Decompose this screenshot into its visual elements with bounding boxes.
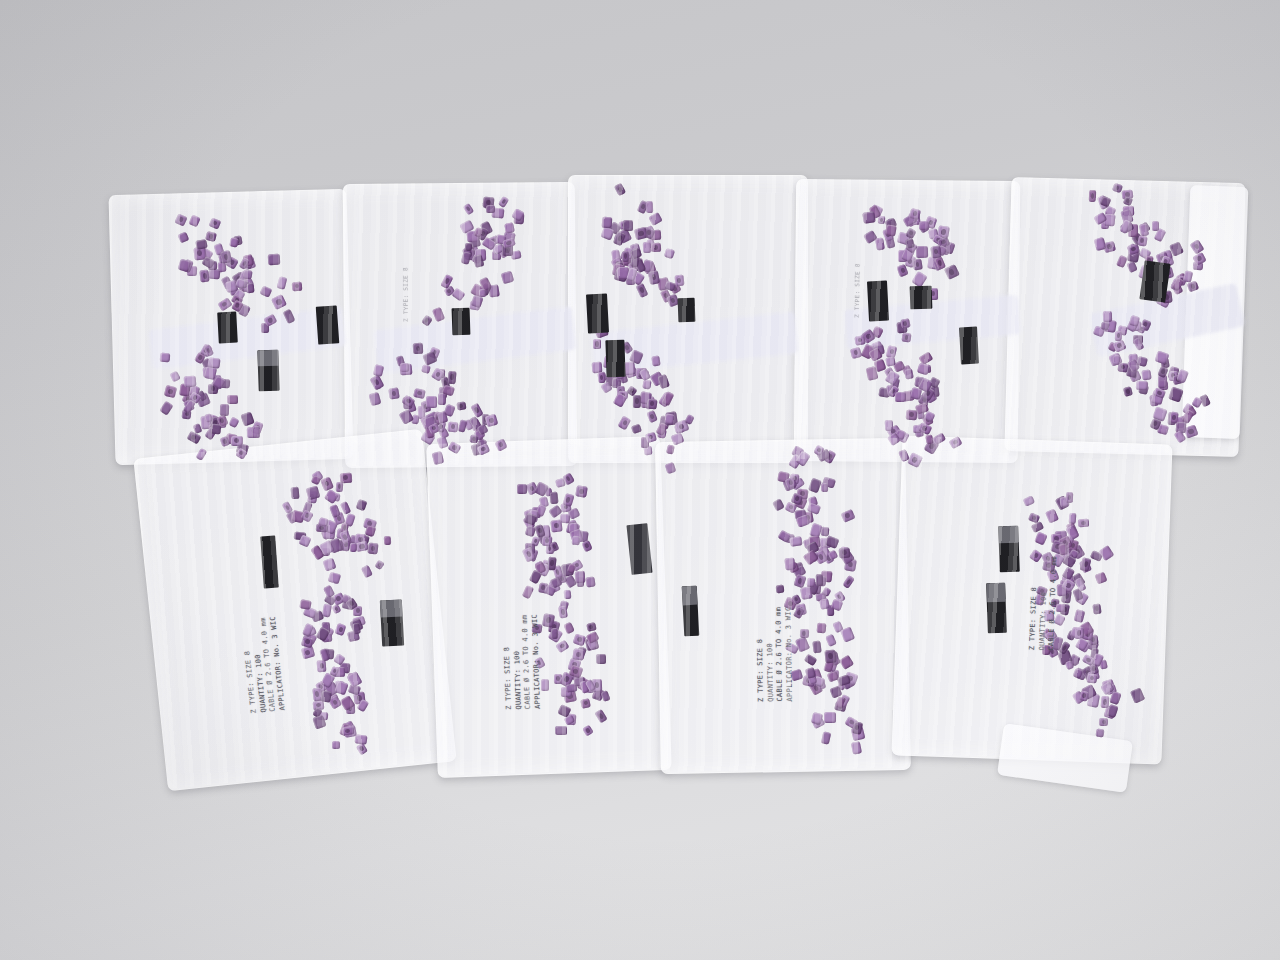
bead <box>504 222 514 233</box>
bead-bore-hole <box>585 727 590 733</box>
bead-bore-hole <box>1153 421 1159 427</box>
bead-bore-hole <box>525 550 531 557</box>
bead-bore-hole <box>1193 243 1200 250</box>
bead <box>292 281 303 290</box>
bead-bore-hole <box>304 513 310 519</box>
bead-bore-hole <box>909 412 914 417</box>
bead <box>227 395 238 404</box>
bead <box>1087 674 1098 684</box>
bead-bore-hole <box>575 651 581 657</box>
bead-bore-hole <box>444 277 450 284</box>
bead-bore-hole <box>1101 719 1105 723</box>
bead-bore-hole <box>295 284 300 288</box>
bead-bore-hole <box>912 210 917 216</box>
bead-bore-hole <box>600 374 604 380</box>
bead <box>413 343 423 354</box>
bead-bore-hole <box>796 609 802 615</box>
bead-bore-hole <box>1115 185 1120 190</box>
bead <box>666 445 675 455</box>
bead-bore-hole <box>391 391 396 397</box>
bead <box>885 356 896 366</box>
bead-bore-hole <box>578 488 584 494</box>
plastic-bag <box>133 429 456 791</box>
bead <box>437 411 448 423</box>
bead-bore-hole <box>222 301 229 307</box>
bead <box>824 712 836 723</box>
bead <box>267 254 279 265</box>
bag-printed-text: Z TYPE: SIZE 8QUANTITY: 100CABLE Ø 2.6 T… <box>1028 555 1060 651</box>
bead-bore-hole <box>359 543 365 548</box>
bead-bore-hole <box>343 475 348 480</box>
bag-printed-text: Z TYPE: SIZE 8 <box>402 267 410 322</box>
bead <box>209 268 221 279</box>
mark-gray-top <box>682 586 698 606</box>
bead-bore-hole <box>481 446 487 452</box>
bag-print-line: APPLICATOR: No. 3 WIC <box>784 607 795 702</box>
bead-bore-hole <box>178 217 184 223</box>
bead-bore-hole <box>342 533 348 540</box>
bead <box>478 289 486 298</box>
bead-bore-hole <box>208 233 213 238</box>
bead-bore-hole <box>639 286 645 293</box>
bead-bore-hole <box>912 456 919 464</box>
bead-bore-hole <box>636 398 640 404</box>
bead <box>354 734 367 744</box>
bead-bore-hole <box>797 578 803 585</box>
bead-bore-hole <box>1116 342 1122 348</box>
bead-bore-hole <box>941 229 947 235</box>
bead-bore-hole <box>589 625 594 630</box>
bead-bore-hole <box>1068 494 1071 499</box>
bead-bore-hole <box>669 297 675 304</box>
bead-bore-hole <box>223 254 228 261</box>
bead <box>448 371 457 385</box>
bead-bore-hole <box>234 438 239 443</box>
bead <box>548 557 557 570</box>
bead-bore-hole <box>450 424 455 429</box>
bead-bore-hole <box>952 439 958 445</box>
bead-bore-hole <box>212 220 218 226</box>
bead <box>339 473 351 484</box>
bead <box>300 645 314 658</box>
bead-bore-hole <box>617 234 623 241</box>
bead-bore-hole <box>406 398 412 404</box>
bead-bore-hole <box>435 371 442 378</box>
bead <box>1113 354 1121 364</box>
bead-bore-hole <box>904 334 908 339</box>
bead-bore-hole <box>1157 390 1163 395</box>
bead-bore-hole <box>788 479 794 485</box>
bead-bore-hole <box>550 560 554 566</box>
bead <box>332 741 340 749</box>
bead <box>875 237 885 250</box>
bag-print-line: Z TYPE: SIZE 8 <box>402 267 410 322</box>
bead <box>593 339 601 350</box>
bead-bore-hole <box>168 388 174 394</box>
bead-bore-hole <box>889 348 894 354</box>
bead <box>205 230 217 241</box>
black-print-mark <box>380 599 404 646</box>
bead-bore-hole <box>537 527 542 533</box>
bead <box>572 536 581 546</box>
bead-bore-hole <box>338 484 342 489</box>
bead <box>413 387 425 398</box>
bead-bore-hole <box>267 317 273 323</box>
black-print-mark <box>867 281 889 322</box>
bead-bore-hole <box>1107 243 1113 249</box>
bead <box>437 393 446 405</box>
bead-bore-hole <box>1196 256 1202 262</box>
bead-bore-hole <box>795 496 801 502</box>
bead-bore-hole <box>617 186 623 192</box>
bead-bore-hole <box>474 407 480 414</box>
bead-bore-hole <box>501 199 506 205</box>
bead-bore-hole <box>198 355 204 361</box>
bead-bore-hole <box>566 496 571 503</box>
bead-bore-hole <box>323 481 329 488</box>
bead <box>854 335 865 345</box>
bead <box>1136 381 1148 390</box>
black-print-mark <box>678 298 696 323</box>
bead <box>555 726 567 735</box>
bead-bore-hole <box>1062 644 1068 651</box>
bead-bore-hole <box>488 417 494 423</box>
black-print-mark <box>452 308 471 336</box>
bead <box>246 282 254 292</box>
bead <box>651 243 661 253</box>
bead <box>912 258 923 270</box>
bead-bore-hole <box>1065 581 1072 588</box>
bead-bore-hole <box>922 426 928 432</box>
bead <box>426 396 437 408</box>
bead <box>550 491 559 504</box>
bead <box>807 577 816 587</box>
bead <box>572 648 585 661</box>
bead-bore-hole <box>319 663 323 669</box>
bead-bore-hole <box>1117 334 1120 339</box>
black-print-mark <box>586 293 609 333</box>
bead <box>486 205 495 214</box>
bead <box>352 622 361 634</box>
bead <box>916 246 928 259</box>
bead-bore-hole <box>827 653 832 660</box>
bead-bore-hole <box>1120 364 1125 369</box>
bead-bore-hole <box>1131 246 1137 251</box>
bead-bore-hole <box>1160 369 1165 375</box>
bead-bore-hole <box>305 639 311 645</box>
bead-bore-hole <box>206 347 211 353</box>
bead <box>895 392 906 402</box>
bead-bore-hole <box>285 504 290 510</box>
bead-bore-hole <box>880 218 884 222</box>
bead-bore-hole <box>677 277 681 283</box>
black-print-mark <box>986 583 1007 634</box>
bead <box>317 660 327 673</box>
bead <box>1077 519 1088 528</box>
black-print-mark <box>316 305 340 344</box>
bead-bore-hole <box>794 597 799 602</box>
bead <box>646 398 657 409</box>
bead <box>242 269 252 280</box>
bead-bore-hole <box>638 230 644 236</box>
black-print-mark <box>998 526 1020 573</box>
bead-bore-hole <box>359 746 364 752</box>
bead <box>642 242 650 253</box>
bead-bore-hole <box>377 562 382 567</box>
bead-bore-hole <box>650 413 655 419</box>
bead-bore-hole <box>545 617 551 624</box>
bead-bore-hole <box>553 523 558 529</box>
bead-bore-hole <box>219 418 224 424</box>
bead-bore-hole <box>332 669 337 674</box>
bead-bore-hole <box>624 253 627 258</box>
bead <box>851 741 862 755</box>
mark-gray-top <box>986 583 1006 603</box>
bead <box>885 225 896 237</box>
bead-bore-hole <box>855 724 860 730</box>
bead-bore-hole <box>1126 199 1131 204</box>
bead <box>789 536 802 546</box>
bead-bore-hole <box>948 268 955 276</box>
bead-bore-hole <box>338 626 344 632</box>
bead <box>220 403 229 416</box>
bead-bore-hole <box>933 248 938 254</box>
bead-bore-hole <box>345 728 350 732</box>
bead-bore-hole <box>583 700 588 705</box>
bead <box>399 362 408 372</box>
bead-bore-hole <box>355 608 359 613</box>
bead-bore-hole <box>451 444 457 450</box>
bead-bore-hole <box>370 545 375 551</box>
bead <box>456 401 466 411</box>
bead <box>824 650 836 664</box>
bead-bore-hole <box>275 298 282 305</box>
bead-bore-hole <box>788 505 794 511</box>
bead <box>575 485 587 498</box>
bead-bore-hole <box>506 240 512 245</box>
bead-bore-hole <box>573 668 580 675</box>
bead <box>367 542 379 554</box>
bead-bore-hole <box>1126 389 1131 394</box>
bead-bore-hole <box>595 341 598 346</box>
bead-bore-hole <box>349 601 355 607</box>
bead-bore-hole <box>202 273 207 279</box>
bead <box>622 251 629 262</box>
bead-bore-hole <box>331 699 337 706</box>
bead <box>838 547 850 558</box>
bead <box>904 368 914 380</box>
bead <box>564 590 572 600</box>
black-print-mark <box>605 340 625 378</box>
bead-bore-hole <box>678 423 685 430</box>
bead <box>601 217 611 229</box>
bead-bore-hole <box>841 550 846 555</box>
bead-bore-hole <box>197 249 203 256</box>
bead <box>901 332 911 342</box>
black-print-mark <box>682 586 700 637</box>
bead-bore-hole <box>190 434 197 440</box>
bead-bore-hole <box>903 320 908 325</box>
bead <box>542 613 555 627</box>
bead <box>1096 728 1105 737</box>
bead-bore-hole <box>1078 630 1082 636</box>
bead-bore-hole <box>459 403 463 408</box>
bead-bore-hole <box>846 579 852 586</box>
bead-bore-hole <box>450 374 454 381</box>
bag-printed-text: Z TYPE: SIZE 8QUANTITY: 100CABLE Ø 2.6 T… <box>755 607 795 702</box>
black-print-mark <box>910 286 933 310</box>
bead <box>821 482 828 491</box>
bead <box>585 577 595 588</box>
bead <box>862 211 875 223</box>
bead <box>575 570 586 582</box>
bead-bore-hole <box>650 401 655 406</box>
bead-bore-hole <box>1082 693 1086 699</box>
bead <box>517 484 527 495</box>
bead-bore-hole <box>446 288 451 293</box>
bead <box>388 387 399 400</box>
bead <box>1115 331 1122 341</box>
bead-bore-hole <box>561 609 565 615</box>
bead <box>816 622 825 632</box>
bead <box>559 513 570 523</box>
bead <box>1152 221 1160 231</box>
bead-bore-hole <box>802 631 806 636</box>
mark-gray-top <box>257 350 279 366</box>
bead-bore-hole <box>1092 666 1097 672</box>
bead <box>909 207 921 219</box>
bead <box>231 435 243 445</box>
bead-bore-hole <box>1083 561 1089 568</box>
bead-bore-hole <box>909 230 914 235</box>
bead <box>820 526 829 535</box>
bead <box>812 640 821 653</box>
bead <box>159 352 169 361</box>
bead <box>646 201 654 213</box>
bead-bore-hole <box>1091 193 1094 199</box>
bead <box>930 245 941 258</box>
bead-bore-hole <box>630 388 635 393</box>
bead-bore-hole <box>466 206 471 212</box>
bead <box>800 586 813 600</box>
bead-bore-hole <box>304 649 310 655</box>
bead-bore-hole <box>853 350 858 356</box>
bead-bore-hole <box>864 332 871 339</box>
bead <box>183 375 195 387</box>
bead-bore-hole <box>552 544 557 549</box>
bead <box>1141 370 1151 381</box>
bead-bore-hole <box>334 606 339 611</box>
bead-bore-hole <box>1141 238 1146 243</box>
bead <box>596 654 606 664</box>
bead-bore-hole <box>222 439 227 444</box>
bead <box>349 543 356 552</box>
bead <box>252 426 260 438</box>
bag-print-line: Z TYPE: SIZE 8 <box>853 263 861 318</box>
bead-bore-hole <box>472 437 476 441</box>
bag-printed-text: Z TYPE: SIZE 8 <box>853 263 861 318</box>
bead-bore-hole <box>915 261 920 267</box>
black-print-mark <box>1139 260 1170 302</box>
bead <box>592 361 602 373</box>
bead-bore-hole <box>1080 521 1085 525</box>
bead-bore-hole <box>566 475 572 481</box>
bead <box>919 221 930 230</box>
bead <box>291 486 300 498</box>
bead-bore-hole <box>1190 283 1196 289</box>
bead-bore-hole <box>424 317 429 323</box>
bead <box>580 698 591 708</box>
bead-bore-hole <box>899 267 905 273</box>
bead-bore-hole <box>416 346 420 351</box>
bead-bore-hole <box>1188 427 1195 434</box>
bead-bore-hole <box>242 260 247 266</box>
bead <box>785 558 796 571</box>
mark-gray-top <box>998 526 1019 544</box>
bead-bore-hole <box>1094 606 1098 611</box>
bead <box>1089 190 1097 202</box>
bead <box>633 395 641 408</box>
bead <box>1066 491 1074 502</box>
bead-bore-hole <box>416 390 421 395</box>
bead-bore-hole <box>652 274 658 281</box>
bead-bore-hole <box>621 419 627 426</box>
bead-bore-hole <box>1090 676 1095 681</box>
bead-bore-hole <box>938 259 943 266</box>
bead <box>815 574 823 586</box>
black-print-mark <box>959 327 979 365</box>
bead <box>447 421 457 432</box>
bead <box>1098 717 1108 726</box>
bead-bore-hole <box>556 568 561 574</box>
bead-bore-hole <box>816 448 821 453</box>
bead-bore-hole <box>544 538 549 543</box>
bead-bore-hole <box>598 712 604 719</box>
black-print-mark <box>217 312 238 344</box>
bead <box>623 220 633 231</box>
bead <box>551 628 558 639</box>
bead <box>1092 603 1101 614</box>
bead-bore-hole <box>857 337 862 342</box>
bead <box>775 584 784 593</box>
bead-bore-hole <box>577 637 583 643</box>
bead <box>665 414 675 425</box>
bead-bore-hole <box>1085 657 1091 663</box>
photo-of-bagged-purple-cable-markers: Z TYPE: SIZE 8Z TYPE: SIZE 8Z TYPE: SIZE… <box>0 0 1280 960</box>
bead-bore-hole <box>1032 516 1038 521</box>
bead-bore-hole <box>315 691 319 697</box>
bead-bore-hole <box>648 435 653 440</box>
bead-bore-hole <box>584 543 589 549</box>
mark-gray-top <box>380 599 403 618</box>
bead-bore-hole <box>1103 699 1107 705</box>
black-print-mark <box>257 350 279 392</box>
bead-bore-hole <box>238 450 243 456</box>
bag-printed-text: Z TYPE: SIZE 8QUANTITY: 100CABLE Ø 2.6 T… <box>502 614 543 710</box>
bead-bore-hole <box>563 675 570 683</box>
bead <box>674 274 684 286</box>
bead-bore-hole <box>235 303 241 309</box>
bead-bore-hole <box>559 643 565 649</box>
bead-bore-hole <box>498 442 504 448</box>
bead <box>800 629 809 638</box>
bead <box>207 357 220 368</box>
bead <box>342 726 354 735</box>
bead-bore-hole <box>1171 415 1175 421</box>
bead <box>884 420 892 431</box>
bead-bore-hole <box>431 425 437 431</box>
bead <box>383 535 391 545</box>
